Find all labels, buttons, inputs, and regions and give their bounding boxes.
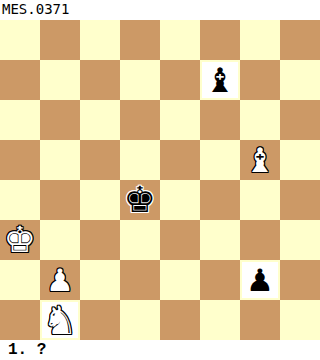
square-g7[interactable]	[240, 60, 280, 100]
square-d7[interactable]	[120, 60, 160, 100]
square-b7[interactable]	[40, 60, 80, 100]
white-king-a3[interactable]: ♚	[4, 222, 36, 258]
square-d6[interactable]	[120, 100, 160, 140]
square-c2[interactable]	[80, 260, 120, 300]
square-b3[interactable]	[40, 220, 80, 260]
square-g4[interactable]	[240, 180, 280, 220]
puzzle-id-title: MES.0371	[0, 0, 320, 20]
square-h5[interactable]	[280, 140, 320, 180]
square-b2[interactable]: ♟	[40, 260, 80, 300]
square-a2[interactable]	[0, 260, 40, 300]
square-b8[interactable]	[40, 20, 80, 60]
black-bishop-f7[interactable]: ♝	[205, 63, 235, 97]
square-b5[interactable]	[40, 140, 80, 180]
square-f7[interactable]: ♝	[200, 60, 240, 100]
square-d8[interactable]	[120, 20, 160, 60]
black-king-d4[interactable]: ♚	[124, 182, 156, 218]
square-g8[interactable]	[240, 20, 280, 60]
square-e6[interactable]	[160, 100, 200, 140]
square-g5[interactable]: ♝	[240, 140, 280, 180]
square-a1[interactable]	[0, 300, 40, 340]
square-g3[interactable]	[240, 220, 280, 260]
square-h8[interactable]	[280, 20, 320, 60]
square-b4[interactable]	[40, 180, 80, 220]
square-e3[interactable]	[160, 220, 200, 260]
square-h4[interactable]	[280, 180, 320, 220]
square-a5[interactable]	[0, 140, 40, 180]
square-f5[interactable]	[200, 140, 240, 180]
square-d4[interactable]: ♚	[120, 180, 160, 220]
square-d3[interactable]	[120, 220, 160, 260]
square-a8[interactable]	[0, 20, 40, 60]
square-d2[interactable]	[120, 260, 160, 300]
square-e1[interactable]	[160, 300, 200, 340]
square-b1[interactable]: ♞	[40, 300, 80, 340]
white-knight-b1[interactable]: ♞	[43, 301, 78, 340]
square-c7[interactable]	[80, 60, 120, 100]
square-c4[interactable]	[80, 180, 120, 220]
white-pawn-b2[interactable]: ♟	[46, 265, 74, 296]
square-e7[interactable]	[160, 60, 200, 100]
square-f2[interactable]	[200, 260, 240, 300]
square-g1[interactable]	[240, 300, 280, 340]
square-h6[interactable]	[280, 100, 320, 140]
square-c3[interactable]	[80, 220, 120, 260]
square-f1[interactable]	[200, 300, 240, 340]
square-g2[interactable]: ♟	[240, 260, 280, 300]
square-h2[interactable]	[280, 260, 320, 300]
square-h7[interactable]	[280, 60, 320, 100]
square-e4[interactable]	[160, 180, 200, 220]
square-e8[interactable]	[160, 20, 200, 60]
square-h3[interactable]	[280, 220, 320, 260]
square-c5[interactable]	[80, 140, 120, 180]
white-bishop-g5[interactable]: ♝	[245, 143, 275, 177]
chess-board: ♝♝♚♚♟♟♞	[0, 20, 320, 340]
square-b6[interactable]	[40, 100, 80, 140]
square-c6[interactable]	[80, 100, 120, 140]
square-e5[interactable]	[160, 140, 200, 180]
black-pawn-g2[interactable]: ♟	[246, 265, 274, 296]
square-f8[interactable]	[200, 20, 240, 60]
square-d5[interactable]	[120, 140, 160, 180]
square-f6[interactable]	[200, 100, 240, 140]
square-c1[interactable]	[80, 300, 120, 340]
square-d1[interactable]	[120, 300, 160, 340]
square-a6[interactable]	[0, 100, 40, 140]
square-a7[interactable]	[0, 60, 40, 100]
square-c8[interactable]	[80, 20, 120, 60]
square-a4[interactable]	[0, 180, 40, 220]
square-g6[interactable]	[240, 100, 280, 140]
move-prompt: 1. ?	[0, 340, 320, 360]
square-h1[interactable]	[280, 300, 320, 340]
square-a3[interactable]: ♚	[0, 220, 40, 260]
square-e2[interactable]	[160, 260, 200, 300]
square-f4[interactable]	[200, 180, 240, 220]
square-f3[interactable]	[200, 220, 240, 260]
